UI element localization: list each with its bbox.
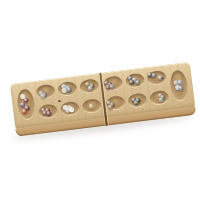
bead xyxy=(40,94,46,100)
bead xyxy=(135,79,141,85)
pit-top-2[interactable] xyxy=(57,81,78,97)
product-photo-canvas xyxy=(0,0,200,200)
bead xyxy=(178,85,184,91)
bead xyxy=(87,85,93,91)
board-left-half xyxy=(34,73,104,126)
store-right xyxy=(169,69,190,102)
bead xyxy=(46,110,52,116)
pit-top-1[interactable] xyxy=(36,84,57,100)
pit-bottom-3[interactable] xyxy=(81,98,102,114)
pit-bottom-4[interactable] xyxy=(106,95,127,111)
pit-top-5[interactable] xyxy=(125,73,146,89)
pit-bottom-1[interactable] xyxy=(38,103,59,119)
bead xyxy=(151,73,157,79)
bead xyxy=(66,87,72,93)
bead xyxy=(159,97,165,103)
mancala-board xyxy=(10,62,196,138)
pit-bottom-2[interactable] xyxy=(60,101,81,117)
pit-bottom-5[interactable] xyxy=(127,92,148,108)
bead xyxy=(88,104,94,110)
store-left xyxy=(16,88,37,121)
pit-top-4[interactable] xyxy=(103,75,124,91)
pit-top-3[interactable] xyxy=(79,78,100,94)
bead xyxy=(22,109,28,115)
board-right-half xyxy=(101,65,171,118)
bead xyxy=(68,107,74,113)
pit-bottom-6[interactable] xyxy=(149,90,170,106)
bead xyxy=(133,100,139,106)
bead xyxy=(109,84,115,90)
bead xyxy=(108,104,114,110)
